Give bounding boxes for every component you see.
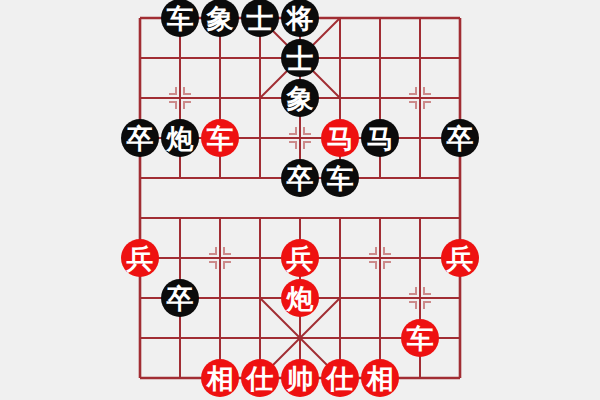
black-elephant[interactable]: 象 bbox=[201, 0, 239, 37]
black-pawn[interactable]: 卒 bbox=[281, 159, 319, 197]
black-chariot[interactable]: 车 bbox=[161, 0, 199, 37]
black-pawn[interactable]: 卒 bbox=[121, 119, 159, 157]
red-chariot[interactable]: 车 bbox=[201, 119, 239, 157]
red-pawn[interactable]: 兵 bbox=[441, 239, 479, 277]
black-general[interactable]: 将 bbox=[281, 0, 319, 37]
black-pawn[interactable]: 卒 bbox=[441, 119, 479, 157]
black-horse[interactable]: 马 bbox=[361, 119, 399, 157]
black-advisor[interactable]: 士 bbox=[281, 39, 319, 77]
red-pawn[interactable]: 兵 bbox=[281, 239, 319, 277]
red-chariot[interactable]: 车 bbox=[401, 319, 439, 357]
red-horse[interactable]: 马 bbox=[321, 119, 359, 157]
black-pawn[interactable]: 卒 bbox=[161, 279, 199, 317]
black-chariot[interactable]: 车 bbox=[321, 159, 359, 197]
red-advisor[interactable]: 仕 bbox=[241, 359, 279, 397]
red-advisor[interactable]: 仕 bbox=[321, 359, 359, 397]
red-elephant[interactable]: 相 bbox=[201, 359, 239, 397]
red-elephant[interactable]: 相 bbox=[361, 359, 399, 397]
screenshot-root: 车象士将士象卒炮车马马卒卒车兵兵兵卒炮车相仕帅仕相 bbox=[0, 0, 600, 400]
red-pawn[interactable]: 兵 bbox=[121, 239, 159, 277]
red-general[interactable]: 帅 bbox=[281, 359, 319, 397]
black-advisor[interactable]: 士 bbox=[241, 0, 279, 37]
pieces-layer: 车象士将士象卒炮车马马卒卒车兵兵兵卒炮车相仕帅仕相 bbox=[120, 0, 480, 398]
red-cannon[interactable]: 炮 bbox=[281, 279, 319, 317]
black-elephant[interactable]: 象 bbox=[281, 79, 319, 117]
black-cannon[interactable]: 炮 bbox=[161, 119, 199, 157]
